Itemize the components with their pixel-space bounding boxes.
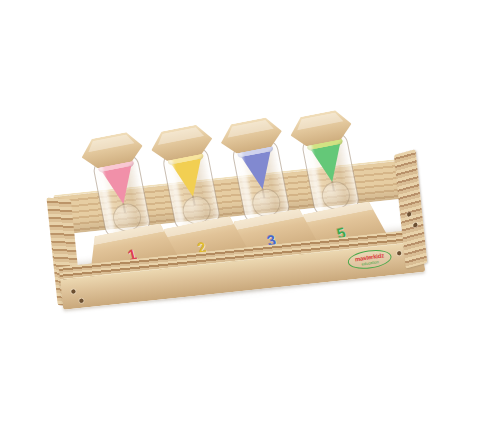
screw [79, 299, 83, 303]
brand-logo: masterkidz education [347, 247, 393, 271]
screw [413, 222, 417, 227]
brand-tagline: education [361, 260, 379, 266]
screw [397, 251, 401, 255]
screw [71, 289, 75, 293]
screw [407, 212, 411, 217]
product-photo: 5 3 [0, 0, 502, 430]
